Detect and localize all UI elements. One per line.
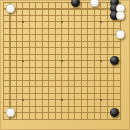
black-stone xyxy=(71,0,80,7)
board-grid xyxy=(0,0,124,123)
star-point xyxy=(100,99,103,102)
star-point xyxy=(100,21,103,24)
white-stone xyxy=(90,0,99,7)
go-board[interactable] xyxy=(0,0,130,130)
white-stone xyxy=(6,108,15,117)
star-point xyxy=(22,60,25,63)
star-point xyxy=(61,99,64,102)
white-stone xyxy=(116,11,125,20)
star-point xyxy=(61,60,64,63)
white-stone xyxy=(116,30,125,39)
black-stone xyxy=(110,108,119,117)
star-point xyxy=(22,99,25,102)
star-point xyxy=(22,21,25,24)
white-stone xyxy=(6,4,15,13)
star-point xyxy=(100,60,103,63)
star-point xyxy=(61,21,64,24)
black-stone xyxy=(110,56,119,65)
